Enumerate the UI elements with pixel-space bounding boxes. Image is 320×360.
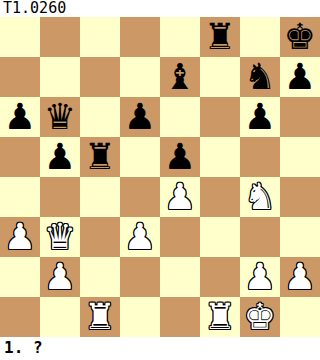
diagram-id: T1.0260 <box>3 0 66 17</box>
square-a7[interactable] <box>0 57 40 97</box>
square-g3[interactable] <box>240 217 280 257</box>
square-g2[interactable]: ♟ <box>240 257 280 297</box>
square-h3[interactable] <box>280 217 320 257</box>
square-f4[interactable] <box>200 177 240 217</box>
square-g4[interactable]: ♞ <box>240 177 280 217</box>
square-b6[interactable]: ♛ <box>40 97 80 137</box>
square-f3[interactable] <box>200 217 240 257</box>
square-b3[interactable]: ♛ <box>40 217 80 257</box>
square-b1[interactable] <box>40 297 80 337</box>
square-g1[interactable]: ♚ <box>240 297 280 337</box>
square-h4[interactable] <box>280 177 320 217</box>
square-f2[interactable] <box>200 257 240 297</box>
piece-black-king: ♚ <box>284 17 316 57</box>
square-a2[interactable] <box>0 257 40 297</box>
square-a1[interactable] <box>0 297 40 337</box>
square-e2[interactable] <box>160 257 200 297</box>
square-c7[interactable] <box>80 57 120 97</box>
square-e1[interactable] <box>160 297 200 337</box>
square-b7[interactable] <box>40 57 80 97</box>
square-e7[interactable]: ♝ <box>160 57 200 97</box>
piece-white-rook: ♜ <box>84 297 116 337</box>
square-e8[interactable] <box>160 17 200 57</box>
square-c4[interactable] <box>80 177 120 217</box>
piece-black-pawn: ♟ <box>244 97 276 137</box>
piece-black-pawn: ♟ <box>4 97 36 137</box>
piece-white-pawn: ♟ <box>4 217 36 257</box>
square-e3[interactable] <box>160 217 200 257</box>
chess-diagram-page: T1.0260 ♜♚♝♞♟♟♛♟♟♟♜♟♟♞♟♛♟♟♟♟♜♜♚ 1. ? <box>0 0 320 360</box>
piece-white-pawn: ♟ <box>284 257 316 297</box>
square-c8[interactable] <box>80 17 120 57</box>
square-d1[interactable] <box>120 297 160 337</box>
square-d5[interactable] <box>120 137 160 177</box>
chess-board: ♜♚♝♞♟♟♛♟♟♟♜♟♟♞♟♛♟♟♟♟♜♜♚ <box>0 17 320 337</box>
piece-black-bishop: ♝ <box>164 57 196 97</box>
square-d6[interactable]: ♟ <box>120 97 160 137</box>
square-a8[interactable] <box>0 17 40 57</box>
square-f7[interactable] <box>200 57 240 97</box>
square-f8[interactable]: ♜ <box>200 17 240 57</box>
piece-white-rook: ♜ <box>204 297 236 337</box>
piece-black-rook: ♜ <box>84 137 116 177</box>
piece-black-pawn: ♟ <box>284 57 316 97</box>
move-prompt: 1. ? <box>4 338 43 358</box>
square-f1[interactable]: ♜ <box>200 297 240 337</box>
piece-white-queen: ♛ <box>44 217 76 257</box>
piece-white-pawn: ♟ <box>164 177 196 217</box>
piece-black-knight: ♞ <box>244 57 276 97</box>
square-g8[interactable] <box>240 17 280 57</box>
square-c3[interactable] <box>80 217 120 257</box>
square-h7[interactable]: ♟ <box>280 57 320 97</box>
square-g5[interactable] <box>240 137 280 177</box>
piece-white-pawn: ♟ <box>44 257 76 297</box>
piece-white-pawn: ♟ <box>244 257 276 297</box>
square-a4[interactable] <box>0 177 40 217</box>
square-a6[interactable]: ♟ <box>0 97 40 137</box>
piece-white-knight: ♞ <box>244 177 276 217</box>
square-f6[interactable] <box>200 97 240 137</box>
square-d7[interactable] <box>120 57 160 97</box>
square-d8[interactable] <box>120 17 160 57</box>
square-c2[interactable] <box>80 257 120 297</box>
square-d2[interactable] <box>120 257 160 297</box>
piece-black-pawn: ♟ <box>164 137 196 177</box>
square-h8[interactable]: ♚ <box>280 17 320 57</box>
square-c5[interactable]: ♜ <box>80 137 120 177</box>
square-b4[interactable] <box>40 177 80 217</box>
piece-white-king: ♚ <box>244 297 276 337</box>
square-h2[interactable]: ♟ <box>280 257 320 297</box>
piece-black-rook: ♜ <box>204 17 236 57</box>
square-c6[interactable] <box>80 97 120 137</box>
square-g6[interactable]: ♟ <box>240 97 280 137</box>
square-f5[interactable] <box>200 137 240 177</box>
square-h5[interactable] <box>280 137 320 177</box>
square-b5[interactable]: ♟ <box>40 137 80 177</box>
piece-black-pawn: ♟ <box>124 97 156 137</box>
square-e5[interactable]: ♟ <box>160 137 200 177</box>
square-a5[interactable] <box>0 137 40 177</box>
square-c1[interactable]: ♜ <box>80 297 120 337</box>
piece-black-queen: ♛ <box>44 97 76 137</box>
square-b8[interactable] <box>40 17 80 57</box>
square-a3[interactable]: ♟ <box>0 217 40 257</box>
piece-white-pawn: ♟ <box>124 217 156 257</box>
square-d3[interactable]: ♟ <box>120 217 160 257</box>
square-h6[interactable] <box>280 97 320 137</box>
square-h1[interactable] <box>280 297 320 337</box>
square-e6[interactable] <box>160 97 200 137</box>
square-d4[interactable] <box>120 177 160 217</box>
piece-black-pawn: ♟ <box>44 137 76 177</box>
square-b2[interactable]: ♟ <box>40 257 80 297</box>
square-e4[interactable]: ♟ <box>160 177 200 217</box>
square-g7[interactable]: ♞ <box>240 57 280 97</box>
